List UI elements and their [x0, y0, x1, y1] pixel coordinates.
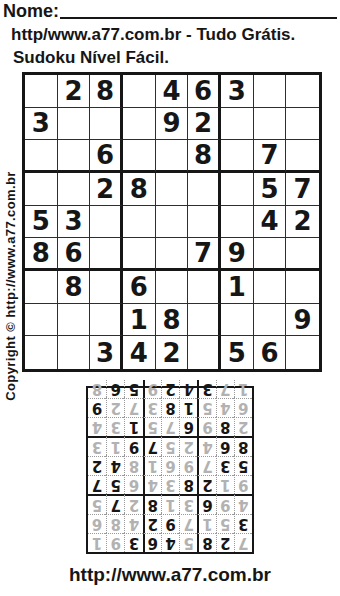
solution-cell-r2c7: 4 — [124, 514, 142, 533]
solution-cell-r7c2: 8 — [216, 417, 234, 436]
solution-cell-r4c8: 5 — [106, 475, 124, 494]
solution-cell-r2c4: 7 — [179, 514, 197, 533]
puzzle-cell-r5c3 — [90, 206, 123, 239]
solution-cell-r6c7: 9 — [124, 436, 142, 456]
solution-cell-r5c3: 7 — [197, 456, 215, 475]
puzzle-cell-r8c2 — [58, 304, 91, 337]
solution-cell-r4c1: 9 — [234, 475, 252, 494]
puzzle-cell-r3c1 — [25, 140, 58, 173]
solution-cell-r5c4: 9 — [179, 456, 197, 475]
puzzle-cell-r2c3 — [90, 108, 123, 141]
solution-cell-r8c6: 3 — [143, 398, 161, 417]
puzzle-cell-r4c9: 7 — [286, 173, 319, 206]
solution-cell-r7c1: 2 — [234, 417, 252, 436]
puzzle-cell-r5c9: 2 — [286, 206, 319, 239]
puzzle-level-title: Sudoku Nível Fácil. — [13, 48, 169, 68]
solution-cell-r8c9: 9 — [88, 398, 106, 417]
puzzle-cell-r9c5: 2 — [156, 336, 189, 369]
puzzle-cell-r1c3: 8 — [90, 75, 123, 108]
solution-cell-r4c9: 7 — [88, 475, 106, 494]
puzzle-cell-r2c4 — [123, 108, 156, 141]
puzzle-cell-r4c8: 5 — [254, 173, 287, 206]
solution-cell-r2c3: 1 — [197, 514, 215, 533]
puzzle-cell-r6c7: 9 — [221, 238, 254, 271]
solution-cell-r2c8: 8 — [106, 514, 124, 533]
solution-cell-r9c5: 2 — [161, 380, 179, 398]
puzzle-cell-r7c7: 1 — [221, 271, 254, 304]
puzzle-cell-r4c1 — [25, 173, 58, 206]
puzzle-cell-r7c1 — [25, 271, 58, 304]
puzzle-cell-r7c4: 6 — [123, 271, 156, 304]
solution-cell-r2c1: 3 — [234, 514, 252, 533]
solution-cell-r8c5: 8 — [161, 398, 179, 417]
puzzle-cell-r9c2 — [58, 336, 91, 369]
solution-cell-r2c6: 2 — [143, 514, 161, 533]
puzzle-cell-r8c5: 8 — [156, 304, 189, 337]
solution-cell-r1c8: 9 — [106, 533, 124, 552]
copyright-vertical-text: Copyright © http://www.a77.com.br — [3, 136, 19, 436]
puzzle-cell-r2c2 — [58, 108, 91, 141]
puzzle-cell-r3c2 — [58, 140, 91, 173]
name-row: Nome: — [3, 2, 337, 21]
puzzle-cell-r5c8: 4 — [254, 206, 287, 239]
puzzle-cell-r9c9 — [286, 336, 319, 369]
puzzle-cell-r3c7 — [221, 140, 254, 173]
puzzle-cell-r3c6: 8 — [188, 140, 221, 173]
solution-cell-r6c3: 4 — [197, 436, 215, 456]
solution-cell-r9c7: 5 — [124, 380, 142, 398]
solution-cell-r2c5: 9 — [161, 514, 179, 533]
puzzle-cell-r6c4 — [123, 238, 156, 271]
puzzle-cell-r7c9 — [286, 271, 319, 304]
solution-cell-r7c9: 4 — [88, 417, 106, 436]
solution-cell-r4c2: 1 — [216, 475, 234, 494]
solution-cell-r7c5: 7 — [161, 417, 179, 436]
solution-cell-r6c9: 3 — [88, 436, 106, 456]
puzzle-cell-r5c5 — [156, 206, 189, 239]
puzzle-cell-r9c4: 4 — [123, 336, 156, 369]
solution-cell-r3c8: 7 — [106, 494, 124, 514]
solution-cell-r5c9: 2 — [88, 456, 106, 475]
puzzle-cell-r7c6 — [188, 271, 221, 304]
puzzle-cell-r1c8 — [254, 75, 287, 108]
puzzle-cell-r8c9: 9 — [286, 304, 319, 337]
solution-cell-r2c2: 5 — [216, 514, 234, 533]
solution-cell-r7c7: 1 — [124, 417, 142, 436]
puzzle-cell-r4c4: 8 — [123, 173, 156, 206]
puzzle-cell-r1c2: 2 — [58, 75, 91, 108]
solution-cell-r9c1: 1 — [234, 380, 252, 398]
puzzle-cell-r2c9 — [286, 108, 319, 141]
solution-cell-r1c7: 3 — [124, 533, 142, 552]
solution-cell-r6c2: 6 — [216, 436, 234, 456]
solution-cell-r6c1: 8 — [234, 436, 252, 456]
solution-cell-r9c3: 3 — [197, 380, 215, 398]
solution-cell-r1c5: 4 — [161, 533, 179, 552]
solution-cell-r9c9: 8 — [88, 380, 106, 398]
solution-cell-r5c5: 6 — [161, 456, 179, 475]
puzzle-cell-r8c6 — [188, 304, 221, 337]
puzzle-cell-r7c2: 8 — [58, 271, 91, 304]
puzzle-cell-r5c7 — [221, 206, 254, 239]
sudoku-puzzle-grid: 2846339268728575342867986118934256 — [22, 72, 322, 372]
puzzle-cell-r4c2 — [58, 173, 91, 206]
solution-cell-r1c3: 8 — [197, 533, 215, 552]
solution-cell-r5c6: 1 — [143, 456, 161, 475]
solution-cell-r6c8: 1 — [106, 436, 124, 456]
puzzle-cell-r1c9 — [286, 75, 319, 108]
puzzle-cell-r5c1: 5 — [25, 206, 58, 239]
solution-cell-r5c7: 8 — [124, 456, 142, 475]
solution-cell-r1c6: 6 — [143, 533, 161, 552]
sudoku-solution-grid-rotated: 7285463913517924864963182759128346575379… — [86, 386, 254, 554]
solution-cell-r6c4: 2 — [179, 436, 197, 456]
solution-cell-r1c9: 1 — [88, 533, 106, 552]
puzzle-cell-r6c8 — [254, 238, 287, 271]
puzzle-cell-r4c3: 2 — [90, 173, 123, 206]
puzzle-cell-r1c4 — [123, 75, 156, 108]
solution-cell-r3c3: 6 — [197, 494, 215, 514]
solution-cell-r4c5: 3 — [161, 475, 179, 494]
solution-cell-r3c2: 9 — [216, 494, 234, 514]
puzzle-cell-r3c3: 6 — [90, 140, 123, 173]
solution-cell-r7c6: 5 — [143, 417, 161, 436]
solution-cell-r9c6: 9 — [143, 380, 161, 398]
solution-cell-r7c4: 6 — [179, 417, 197, 436]
puzzle-cell-r4c6 — [188, 173, 221, 206]
puzzle-cell-r6c5 — [156, 238, 189, 271]
solution-cell-r3c4: 3 — [179, 494, 197, 514]
puzzle-cell-r8c3 — [90, 304, 123, 337]
solution-cell-r7c3: 9 — [197, 417, 215, 436]
puzzle-cell-r7c5 — [156, 271, 189, 304]
puzzle-cell-r1c7: 3 — [221, 75, 254, 108]
solution-cell-r3c9: 5 — [88, 494, 106, 514]
puzzle-cell-r3c9 — [286, 140, 319, 173]
name-fill-line — [60, 2, 337, 19]
solution-cell-r6c6: 7 — [143, 436, 161, 456]
solution-cell-r9c4: 4 — [179, 380, 197, 398]
puzzle-cell-r1c5: 4 — [156, 75, 189, 108]
puzzle-cell-r7c8 — [254, 271, 287, 304]
sudoku-worksheet-page: Nome: http/www.a77.com.br - Tudo Grátis.… — [0, 0, 340, 596]
puzzle-cell-r8c7 — [221, 304, 254, 337]
puzzle-cell-r7c3 — [90, 271, 123, 304]
puzzle-cell-r8c4: 1 — [123, 304, 156, 337]
solution-cell-r3c6: 8 — [143, 494, 161, 514]
puzzle-cell-r2c8 — [254, 108, 287, 141]
puzzle-cell-r1c1 — [25, 75, 58, 108]
solution-cell-r4c4: 8 — [179, 475, 197, 494]
solution-cell-r7c8: 3 — [106, 417, 124, 436]
puzzle-cell-r3c4 — [123, 140, 156, 173]
solution-cell-r1c4: 5 — [179, 533, 197, 552]
puzzle-cell-r6c1: 8 — [25, 238, 58, 271]
puzzle-cell-r6c3 — [90, 238, 123, 271]
solution-cell-r1c2: 2 — [216, 533, 234, 552]
puzzle-cell-r9c8: 6 — [254, 336, 287, 369]
puzzle-cell-r2c7 — [221, 108, 254, 141]
solution-cell-r5c2: 3 — [216, 456, 234, 475]
solution-cell-r4c7: 6 — [124, 475, 142, 494]
puzzle-cell-r9c6 — [188, 336, 221, 369]
puzzle-cell-r6c6: 7 — [188, 238, 221, 271]
puzzle-cell-r2c6: 2 — [188, 108, 221, 141]
solution-cell-r8c2: 4 — [216, 398, 234, 417]
solution-cell-r3c7: 2 — [124, 494, 142, 514]
solution-cell-r8c8: 2 — [106, 398, 124, 417]
puzzle-cell-r5c2: 3 — [58, 206, 91, 239]
solution-cell-r9c2: 7 — [216, 380, 234, 398]
solution-cell-r4c3: 2 — [197, 475, 215, 494]
solution-cell-r8c4: 1 — [179, 398, 197, 417]
puzzle-cell-r6c9 — [286, 238, 319, 271]
puzzle-cell-r8c8 — [254, 304, 287, 337]
puzzle-cell-r5c4 — [123, 206, 156, 239]
puzzle-cell-r9c1 — [25, 336, 58, 369]
solution-cell-r8c3: 5 — [197, 398, 215, 417]
solution-cell-r4c6: 4 — [143, 475, 161, 494]
puzzle-cell-r4c7 — [221, 173, 254, 206]
puzzle-cell-r8c1 — [25, 304, 58, 337]
puzzle-cell-r9c7: 5 — [221, 336, 254, 369]
footer-url: http://www.a77.com.br — [0, 564, 340, 586]
solution-cell-r8c1: 6 — [234, 398, 252, 417]
puzzle-cell-r6c2: 6 — [58, 238, 91, 271]
solution-cell-r6c5: 5 — [161, 436, 179, 456]
puzzle-cell-r9c3: 3 — [90, 336, 123, 369]
puzzle-cell-r3c5 — [156, 140, 189, 173]
site-header: http/www.a77.com.br - Tudo Grátis. — [11, 25, 295, 45]
solution-cell-r3c5: 1 — [161, 494, 179, 514]
puzzle-cell-r5c6 — [188, 206, 221, 239]
solution-cell-r8c7: 7 — [124, 398, 142, 417]
name-label: Nome: — [3, 2, 59, 21]
puzzle-cell-r4c5 — [156, 173, 189, 206]
solution-cell-r2c9: 6 — [88, 514, 106, 533]
solution-cell-r9c8: 6 — [106, 380, 124, 398]
solution-cell-r5c8: 4 — [106, 456, 124, 475]
solution-cell-r5c1: 5 — [234, 456, 252, 475]
puzzle-cell-r2c5: 9 — [156, 108, 189, 141]
puzzle-cell-r3c8: 7 — [254, 140, 287, 173]
solution-cell-r1c1: 7 — [234, 533, 252, 552]
solution-cell-r3c1: 4 — [234, 494, 252, 514]
puzzle-cell-r1c6: 6 — [188, 75, 221, 108]
puzzle-cell-r2c1: 3 — [25, 108, 58, 141]
